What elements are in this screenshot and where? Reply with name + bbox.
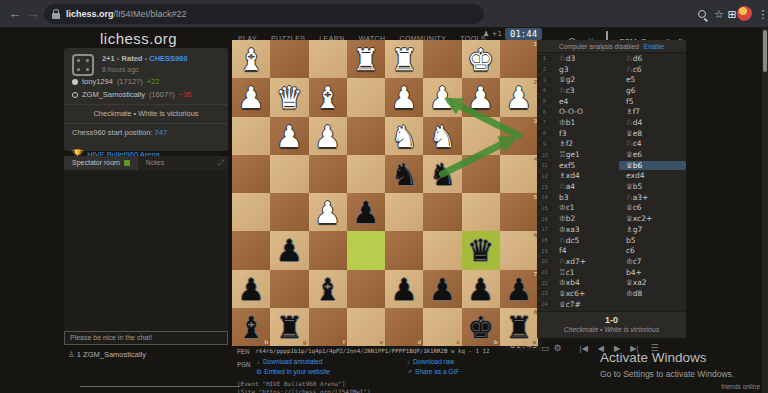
square-c2[interactable]: ♟ bbox=[423, 78, 461, 116]
analysis-enable-link[interactable]: Enable bbox=[644, 43, 664, 50]
move-7-black[interactable]: ♘d4 bbox=[619, 118, 686, 127]
file-label-h: h bbox=[265, 339, 269, 345]
black-disc-icon bbox=[72, 92, 78, 98]
square-f2[interactable]: ♝ bbox=[309, 78, 347, 116]
pgn-tag-line: [Site "https://lichess.org/lI54IMeI"] bbox=[237, 388, 371, 393]
move-number: 21 bbox=[537, 269, 552, 275]
black-player-row[interactable]: ZGM_Samostically(1607?) −35 bbox=[72, 90, 220, 99]
move-row-23: 23♕xc6+♔d8 bbox=[537, 288, 686, 299]
move-11-black[interactable]: ♕b6 bbox=[619, 161, 686, 170]
square-c5[interactable] bbox=[423, 193, 461, 231]
move-6-white[interactable]: O-O-O bbox=[552, 107, 619, 116]
square-f4[interactable] bbox=[309, 155, 347, 193]
move-row-13: 13♘a4♕b5 bbox=[537, 181, 686, 192]
lichess-page: lichess.org PLAYPUZZLESLEARNWATCHCOMMUNI… bbox=[0, 28, 768, 393]
square-a1[interactable]: 1 bbox=[500, 40, 538, 78]
move-number: 1 bbox=[537, 55, 552, 61]
file-label-e: e bbox=[380, 339, 383, 345]
browser-forward-icon[interactable]: → bbox=[24, 5, 42, 23]
move-number: 4 bbox=[537, 87, 552, 93]
move-row-11: 11exf5♕b6 bbox=[537, 160, 686, 171]
move-5-white[interactable]: e4 bbox=[552, 97, 619, 106]
game-status: Checkmate • White is victorious bbox=[72, 109, 220, 118]
white-pawn-f5: ♟ bbox=[309, 193, 347, 231]
page-scrollbar[interactable] bbox=[762, 28, 768, 393]
browser-back-icon[interactable]: ← bbox=[6, 5, 24, 23]
move-8-black[interactable]: ♕e8 bbox=[619, 129, 686, 138]
analysis-disabled-label: Computer analysis disabled bbox=[559, 43, 639, 50]
square-b4[interactable] bbox=[462, 155, 500, 193]
move-15-black[interactable]: ♕c6 bbox=[619, 203, 686, 212]
move-number: 6 bbox=[537, 109, 552, 115]
square-g6[interactable]: ♟ bbox=[270, 231, 308, 269]
move-number: 15 bbox=[537, 205, 552, 211]
square-a6[interactable]: 6 bbox=[500, 231, 538, 269]
move-number: 24 bbox=[537, 301, 552, 307]
square-e5[interactable]: ♟ bbox=[347, 193, 385, 231]
chat-messages bbox=[64, 170, 228, 331]
square-a2[interactable]: ♟2 bbox=[500, 78, 538, 116]
chat-toggle[interactable] bbox=[124, 160, 130, 166]
file-label-d: d bbox=[418, 339, 422, 345]
move-row-12: 12♗xd4exd4 bbox=[537, 171, 686, 182]
move-18-black[interactable]: b5 bbox=[619, 236, 686, 245]
black-bishop-f7: ♝ bbox=[309, 270, 347, 308]
move-10-white[interactable]: ♖ge1 bbox=[552, 150, 619, 159]
move-number: 16 bbox=[537, 216, 552, 222]
pgn-links: ↓Download annotated↓Download raw⧉Embed i… bbox=[257, 358, 537, 376]
move-number: 23 bbox=[537, 290, 552, 296]
move-17-white[interactable]: ♔xa3 bbox=[552, 225, 619, 234]
square-d7[interactable]: ♟ bbox=[385, 270, 423, 308]
move-row-24: 24♕c7# bbox=[537, 299, 686, 310]
move-number: 5 bbox=[537, 98, 552, 104]
square-a5[interactable]: 5 bbox=[500, 193, 538, 231]
square-g8[interactable]: ♜g bbox=[270, 308, 308, 346]
move-18-white[interactable]: ♘dc5 bbox=[552, 236, 619, 245]
move-14-white[interactable]: b3 bbox=[552, 193, 619, 202]
move-row-17: 17♔xa3♗g7 bbox=[537, 224, 686, 235]
move-number: 17 bbox=[537, 226, 552, 232]
address-bar[interactable]: lichess.org/lI54IMeI/black#22 bbox=[44, 4, 484, 24]
white-rook-d1: ♜ bbox=[385, 40, 423, 78]
black-pawn-c7: ♟ bbox=[423, 270, 461, 308]
screen: ← → ↻ lichess.org/lI54IMeI/black#22 ☆ ⊞ bbox=[0, 0, 768, 393]
black-king-b8: ♚ bbox=[462, 308, 500, 346]
startpos-link[interactable]: 747 bbox=[155, 128, 168, 137]
move-21-white[interactable]: ♖c1 bbox=[552, 268, 619, 277]
move-12-white[interactable]: ♗xd4 bbox=[552, 171, 619, 180]
square-b1[interactable]: ♚ bbox=[462, 40, 500, 78]
browser-toolbar: ← → ↻ lichess.org/lI54IMeI/black#22 ☆ ⊞ bbox=[0, 0, 768, 28]
square-d5[interactable] bbox=[385, 193, 423, 231]
move-number: 14 bbox=[537, 194, 552, 200]
square-e1[interactable]: ♜ bbox=[347, 40, 385, 78]
square-d1[interactable]: ♜ bbox=[385, 40, 423, 78]
move-row-8: 8f3♕e8 bbox=[537, 128, 686, 139]
move-number: 2 bbox=[537, 66, 552, 72]
move-row-3: 3♕g2e5 bbox=[537, 74, 686, 85]
move-9-black[interactable]: ♘c4 bbox=[619, 139, 686, 148]
chess960-dice-icon bbox=[72, 54, 94, 76]
url-path: /lI54IMeI/black#22 bbox=[114, 9, 187, 19]
move-23-white[interactable]: ♕xc6+ bbox=[552, 289, 619, 298]
square-a4[interactable]: 4 bbox=[500, 155, 538, 193]
share-gif-link-icon: ↗ bbox=[407, 368, 412, 375]
square-g2[interactable]: ♛ bbox=[270, 78, 308, 116]
black-knight-d4: ♞ bbox=[385, 155, 423, 193]
embed-link[interactable]: ⧉Embed in your website bbox=[257, 368, 407, 376]
result-box: 1-0 Checkmate • White is victorious bbox=[537, 311, 686, 338]
square-d6[interactable] bbox=[385, 231, 423, 269]
move-row-1: 1♘d3♘d6 bbox=[537, 53, 686, 64]
square-d3[interactable]: ♞ bbox=[385, 117, 423, 155]
lock-icon bbox=[52, 13, 60, 19]
friends-online[interactable]: friends online bbox=[721, 383, 760, 390]
white-pawn-c2: ♟ bbox=[423, 78, 461, 116]
square-g7[interactable] bbox=[270, 270, 308, 308]
move-13-white[interactable]: ♘a4 bbox=[552, 182, 619, 191]
move-16-black[interactable]: ♕xc2+ bbox=[619, 214, 686, 223]
square-c6[interactable] bbox=[423, 231, 461, 269]
tab-notes[interactable]: Notes bbox=[138, 156, 172, 170]
square-c1[interactable] bbox=[423, 40, 461, 78]
square-g3[interactable]: ♟ bbox=[270, 117, 308, 155]
move-19-white[interactable]: f4 bbox=[552, 246, 619, 255]
analysis-board-icon[interactable]: ▭ bbox=[541, 343, 550, 353]
move-20-black[interactable]: ♔c7 bbox=[619, 257, 686, 266]
square-h7[interactable]: ♟ bbox=[232, 270, 270, 308]
black-rook-a8: ♜ bbox=[500, 308, 538, 346]
square-c4[interactable]: ♞ bbox=[423, 155, 461, 193]
move-5-black[interactable]: f5 bbox=[619, 97, 686, 106]
game-setup-line: 2+1 • Rated • CHESS960 bbox=[72, 54, 220, 63]
chess-board: ♝♜♜♚1♟♛♝♟♟♟♟2♟♟♞♞3♞♞4♟♟5♟♛6♟♝♟♟♟♟7♝h♜gfe… bbox=[232, 40, 538, 346]
square-b5[interactable] bbox=[462, 193, 500, 231]
move-number: 10 bbox=[537, 152, 552, 158]
move-4-white[interactable]: ♘c3 bbox=[552, 86, 619, 95]
move-panel: Computer analysis disabled Enable 1♘d3♘d… bbox=[537, 40, 686, 338]
white-disc-icon bbox=[72, 79, 78, 85]
white-player-row[interactable]: tony1294(1712?) +22 bbox=[72, 77, 220, 86]
square-h2[interactable]: ♟ bbox=[232, 78, 270, 116]
spectator-member[interactable]: ♙ 1 ZGM_Samostically bbox=[68, 350, 146, 359]
move-row-9: 9♗f2♘c4 bbox=[537, 139, 686, 150]
square-h4[interactable] bbox=[232, 155, 270, 193]
white-king-b1: ♚ bbox=[462, 40, 500, 78]
move-21-black[interactable]: b4+ bbox=[619, 268, 686, 277]
black-pawn-d7: ♟ bbox=[385, 270, 423, 308]
black-pawn-h7: ♟ bbox=[232, 270, 270, 308]
move-number: 22 bbox=[537, 280, 552, 286]
browser-menu-icon[interactable]: ⋮ bbox=[755, 6, 768, 22]
move-row-4: 4♘c3g6 bbox=[537, 85, 686, 96]
move-15-white[interactable]: ♔c1 bbox=[552, 203, 619, 212]
move-row-20: 20♘xd7+♔c7 bbox=[537, 256, 686, 267]
pgn-tags: [Event "HIVE Bullet960 Arena"][Site "htt… bbox=[237, 380, 371, 393]
url-text: lichess.org/lI54IMeI/black#22 bbox=[66, 9, 187, 19]
square-f5[interactable]: ♟ bbox=[309, 193, 347, 231]
move-23-black[interactable]: ♔d8 bbox=[619, 289, 686, 298]
move-row-19: 19f4c6 bbox=[537, 245, 686, 256]
black-queen-b6: ♛ bbox=[462, 231, 500, 269]
square-h1[interactable]: ♝ bbox=[232, 40, 270, 78]
black-knight-c4: ♞ bbox=[423, 155, 461, 193]
settings-gear-icon[interactable]: ⚙ bbox=[554, 343, 562, 353]
square-g4[interactable] bbox=[270, 155, 308, 193]
move-22-black[interactable]: ♕xa2 bbox=[619, 278, 686, 287]
black-pawn-b7: ♟ bbox=[462, 270, 500, 308]
move-16-white[interactable]: ♔b2 bbox=[552, 214, 619, 223]
square-c8[interactable]: c bbox=[423, 308, 461, 346]
first-move-button[interactable]: |◀ bbox=[580, 344, 588, 353]
square-e6[interactable] bbox=[347, 231, 385, 269]
white-rook-e1: ♜ bbox=[347, 40, 385, 78]
move-row-18: 18♘dc5b5 bbox=[537, 235, 686, 246]
variant-link[interactable]: CHESS960 bbox=[149, 54, 187, 63]
square-b6[interactable]: ♛ bbox=[462, 231, 500, 269]
square-f1[interactable] bbox=[309, 40, 347, 78]
move-6-black[interactable]: ♗f7 bbox=[619, 107, 686, 116]
file-label-c: c bbox=[456, 339, 459, 345]
chat-input[interactable]: Please be nice in the chat! bbox=[64, 331, 228, 345]
url-host: lichess.org bbox=[66, 9, 114, 19]
move-row-21: 21♖c1b4+ bbox=[537, 267, 686, 278]
move-20-white[interactable]: ♘xd7+ bbox=[552, 257, 619, 266]
move-number: 19 bbox=[537, 248, 552, 254]
move-number: 11 bbox=[537, 162, 552, 168]
square-e4[interactable] bbox=[347, 155, 385, 193]
white-bishop-h1: ♝ bbox=[232, 40, 270, 78]
black-pawn-g6: ♟ bbox=[270, 231, 308, 269]
square-b7[interactable]: ♟ bbox=[462, 270, 500, 308]
square-h3[interactable] bbox=[232, 117, 270, 155]
square-c3[interactable]: ♞ bbox=[423, 117, 461, 155]
embed-link-icon: ⧉ bbox=[257, 368, 262, 375]
white-pawn-h2: ♟ bbox=[232, 78, 270, 116]
move-2-black[interactable]: ♘c6 bbox=[619, 65, 686, 74]
square-g1[interactable] bbox=[270, 40, 308, 78]
lichess-logo[interactable]: lichess.org bbox=[100, 30, 177, 47]
white-knight-d3: ♞ bbox=[385, 117, 423, 155]
file-label-a: a bbox=[533, 339, 536, 345]
game-time-ago: 8 hours ago bbox=[72, 66, 220, 73]
move-8-white[interactable]: f3 bbox=[552, 129, 619, 138]
windows-activation-overlay: Activate Windows Go to Settings to activ… bbox=[600, 350, 734, 379]
download-raw-link-icon: ↓ bbox=[407, 358, 410, 365]
chat-tabs: Spectator room Notes ⤢ bbox=[64, 156, 228, 170]
move-row-7: 7♔b1♘d4 bbox=[537, 117, 686, 128]
square-f3[interactable]: ♟ bbox=[309, 117, 347, 155]
square-h6[interactable] bbox=[232, 231, 270, 269]
move-7-white[interactable]: ♔b1 bbox=[552, 118, 619, 127]
move-4-black[interactable]: g6 bbox=[619, 86, 686, 95]
move-row-5: 5e4f5 bbox=[537, 96, 686, 107]
square-b3[interactable] bbox=[462, 117, 500, 155]
move-number: 12 bbox=[537, 173, 552, 179]
white-pawn-d2: ♟ bbox=[385, 78, 423, 116]
download-annotated-link-icon: ↓ bbox=[257, 358, 260, 365]
square-e8[interactable]: e bbox=[347, 308, 385, 346]
black-rook-g8: ♜ bbox=[270, 308, 308, 346]
square-c7[interactable]: ♟ bbox=[423, 270, 461, 308]
move-row-2: 2g3♘c6 bbox=[537, 64, 686, 75]
file-label-b: b bbox=[494, 339, 498, 345]
move-list: 1♘d3♘d62g3♘c63♕g2e54♘c3g65e4f56O-O-O♗f77… bbox=[537, 53, 686, 311]
square-d4[interactable]: ♞ bbox=[385, 155, 423, 193]
square-a7[interactable]: ♟7 bbox=[500, 270, 538, 308]
move-12-black[interactable]: exd4 bbox=[619, 171, 686, 180]
square-d2[interactable]: ♟ bbox=[385, 78, 423, 116]
square-e7[interactable] bbox=[347, 270, 385, 308]
move-13-black[interactable]: ♕b5 bbox=[619, 182, 686, 191]
move-number: 8 bbox=[537, 130, 552, 136]
fen-row: FEN rk4rb/pppp1b1p/1q4p1/4pP2/2nn4/2NN1P… bbox=[237, 348, 537, 355]
move-1-white[interactable]: ♘d3 bbox=[552, 54, 619, 63]
download-raw-link[interactable]: ↓Download raw bbox=[407, 358, 537, 365]
scrollbar-thumb[interactable] bbox=[763, 30, 767, 72]
zoom-icon[interactable] bbox=[694, 6, 710, 22]
fen-string[interactable]: rk4rb/pppp1b1p/1q4p1/4pP2/2nn4/2NN1PP1/P… bbox=[256, 348, 490, 355]
move-row-10: 10♖ge1♕e6 bbox=[537, 149, 686, 160]
move-number: 9 bbox=[537, 141, 552, 147]
white-bishop-f2: ♝ bbox=[309, 78, 347, 116]
move-9-white[interactable]: ♗f2 bbox=[552, 139, 619, 148]
move-2-white[interactable]: g3 bbox=[552, 65, 619, 74]
square-h8[interactable]: ♝h bbox=[232, 308, 270, 346]
square-f7[interactable]: ♝ bbox=[309, 270, 347, 308]
square-d8[interactable]: d bbox=[385, 308, 423, 346]
download-annotated-link[interactable]: ↓Download annotated bbox=[257, 358, 407, 365]
white-pawn-b2: ♟ bbox=[462, 78, 500, 116]
pgn-tag-line: [Event "HIVE Bullet960 Arena"] bbox=[237, 380, 371, 388]
move-10-black[interactable]: ♕e6 bbox=[619, 150, 686, 159]
white-pawn-g3: ♟ bbox=[270, 117, 308, 155]
move-19-black[interactable]: c6 bbox=[619, 246, 686, 255]
square-a8[interactable]: ♜8a bbox=[500, 308, 538, 346]
square-f8[interactable]: f bbox=[309, 308, 347, 346]
move-row-14: 14b3♘a3+ bbox=[537, 192, 686, 203]
move-number: 3 bbox=[537, 77, 552, 83]
square-g5[interactable] bbox=[270, 193, 308, 231]
move-11-white[interactable]: exf5 bbox=[552, 161, 619, 170]
white-pawn-f3: ♟ bbox=[309, 117, 347, 155]
share-gif-link[interactable]: ↗Share as a GIF bbox=[407, 368, 537, 376]
move-3-black[interactable]: e5 bbox=[619, 75, 686, 84]
move-number: 7 bbox=[537, 119, 552, 125]
startpos-line: Chess960 start position: 747 bbox=[72, 128, 220, 137]
expand-icon[interactable]: ⤢ bbox=[218, 158, 228, 168]
move-number: 20 bbox=[537, 258, 552, 264]
black-bishop-h8: ♝ bbox=[232, 308, 270, 346]
white-pawn-a2: ♟ bbox=[500, 78, 538, 116]
tab-spectator-room[interactable]: Spectator room bbox=[64, 156, 138, 170]
file-label-f: f bbox=[343, 339, 345, 345]
square-h5[interactable] bbox=[232, 193, 270, 231]
square-a3[interactable]: 3 bbox=[500, 117, 538, 155]
black-pawn-a7: ♟ bbox=[500, 270, 538, 308]
analysis-header: Computer analysis disabled Enable bbox=[537, 40, 686, 53]
move-24-white[interactable]: ♕c7# bbox=[552, 300, 619, 309]
divider bbox=[80, 386, 240, 387]
move-row-22: 22♔xb4♕xa2 bbox=[537, 277, 686, 288]
result-status: Checkmate • White is victorious bbox=[537, 326, 686, 333]
move-3-white[interactable]: ♕g2 bbox=[552, 75, 619, 84]
square-b8[interactable]: ♚b bbox=[462, 308, 500, 346]
square-e2[interactable] bbox=[347, 78, 385, 116]
file-label-g: g bbox=[303, 339, 307, 345]
white-queen-g2: ♛ bbox=[270, 78, 308, 116]
black-pawn-e5: ♟ bbox=[347, 193, 385, 231]
move-14-black[interactable]: ♘a3+ bbox=[619, 193, 686, 202]
move-row-16: 16♔b2♕xc2+ bbox=[537, 213, 686, 224]
browser-profile-avatar[interactable] bbox=[737, 6, 752, 21]
result-score: 1-0 bbox=[537, 315, 686, 325]
move-number: 18 bbox=[537, 237, 552, 243]
move-row-15: 15♔c1♕c6 bbox=[537, 203, 686, 214]
pgn-block: PGN ↓Download annotated↓Download raw⧉Emb… bbox=[237, 358, 537, 376]
square-e3[interactable] bbox=[347, 117, 385, 155]
square-b2[interactable]: ♟ bbox=[462, 78, 500, 116]
material-advantage: ♟ +1 bbox=[483, 30, 502, 38]
move-number: 13 bbox=[537, 184, 552, 190]
white-knight-c3: ♞ bbox=[423, 117, 461, 155]
move-17-black[interactable]: ♗g7 bbox=[619, 225, 686, 234]
move-1-black[interactable]: ♘d6 bbox=[619, 54, 686, 63]
move-22-white[interactable]: ♔xb4 bbox=[552, 278, 619, 287]
white-clock: 01:44 bbox=[505, 28, 542, 40]
move-row-6: 6O-O-O♗f7 bbox=[537, 106, 686, 117]
square-f6[interactable] bbox=[309, 231, 347, 269]
game-meta-card: 2+1 • Rated • CHESS960 8 hours ago tony1… bbox=[64, 48, 228, 151]
